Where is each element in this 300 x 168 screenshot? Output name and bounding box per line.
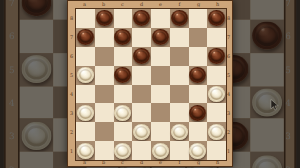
piece-white-a3	[21, 122, 51, 150]
square-e2[interactable]	[151, 122, 170, 141]
rank-label: 1	[68, 142, 75, 161]
square-a1[interactable]	[76, 141, 95, 160]
rank-label: 6	[68, 46, 75, 65]
square-h6	[251, 19, 284, 52]
square-a3[interactable]	[76, 103, 95, 122]
square-f8[interactable]	[170, 9, 189, 28]
square-h7[interactable]	[207, 28, 226, 47]
square-h2[interactable]	[207, 122, 226, 141]
piece-black-a7[interactable]	[77, 29, 94, 45]
square-c6[interactable]	[114, 47, 133, 66]
piece-black-e7[interactable]	[152, 29, 169, 45]
square-d2[interactable]	[132, 122, 151, 141]
square-h7	[251, 0, 284, 19]
square-a7[interactable]	[76, 28, 95, 47]
file-label: e	[151, 1, 170, 8]
square-e4[interactable]	[151, 85, 170, 104]
square-h6[interactable]	[207, 47, 226, 66]
square-a2[interactable]	[76, 122, 95, 141]
piece-black-h6[interactable]	[208, 48, 225, 64]
file-labels-top: abcdefgh	[75, 1, 227, 8]
piece-black-a7	[21, 0, 51, 17]
square-b2[interactable]	[95, 122, 114, 141]
piece-black-d8[interactable]	[133, 10, 150, 26]
square-h4[interactable]	[207, 85, 226, 104]
board-grid	[75, 8, 227, 161]
square-a8[interactable]	[76, 9, 95, 28]
piece-black-c7[interactable]	[114, 29, 131, 45]
rank-label: 4	[68, 85, 75, 104]
piece-black-h6	[252, 22, 282, 50]
piece-black-c5[interactable]	[114, 67, 131, 83]
rank-label: 7	[6, 0, 18, 18]
square-e8[interactable]	[151, 9, 170, 28]
file-label: g	[189, 1, 208, 8]
square-a5[interactable]	[76, 66, 95, 85]
rank-label: 2	[6, 153, 18, 168]
piece-black-d6[interactable]	[133, 48, 150, 64]
square-a4[interactable]	[76, 85, 95, 104]
square-g3[interactable]	[189, 103, 208, 122]
piece-white-h4[interactable]	[208, 86, 225, 102]
file-label: h	[208, 1, 227, 8]
piece-white-h2[interactable]	[208, 124, 225, 140]
file-label: d	[132, 1, 151, 8]
piece-black-b8[interactable]	[96, 10, 113, 26]
square-e7[interactable]	[151, 28, 170, 47]
square-g4[interactable]	[189, 85, 208, 104]
piece-white-c3[interactable]	[114, 105, 131, 121]
square-g7[interactable]	[189, 28, 208, 47]
square-f6[interactable]	[170, 47, 189, 66]
square-g6[interactable]	[189, 47, 208, 66]
file-label: b	[94, 1, 113, 8]
square-h2	[251, 152, 284, 168]
game-screen: abcdefghabcdefgh8765432187654321 abcdefg…	[0, 0, 300, 168]
rank-label: 8	[68, 8, 75, 27]
square-b5[interactable]	[95, 66, 114, 85]
piece-white-a1[interactable]	[77, 143, 94, 159]
rank-label: 5	[68, 65, 75, 84]
square-a6	[20, 19, 53, 52]
rank-label: 5	[6, 52, 18, 86]
square-f5[interactable]	[170, 66, 189, 85]
piece-white-a5	[21, 55, 51, 83]
rank-labels-left: 87654321	[68, 8, 75, 161]
square-d8[interactable]	[132, 9, 151, 28]
square-g8[interactable]	[189, 9, 208, 28]
square-f7[interactable]	[170, 28, 189, 47]
square-h3	[251, 119, 284, 152]
checkers-board: abcdefghabcdefgh8765432187654321	[67, 0, 233, 167]
square-c2[interactable]	[114, 122, 133, 141]
file-label: a	[75, 1, 94, 8]
piece-black-g5[interactable]	[189, 67, 206, 83]
square-f1[interactable]	[170, 141, 189, 160]
square-f3[interactable]	[170, 103, 189, 122]
piece-white-e1[interactable]	[152, 143, 169, 159]
square-b8[interactable]	[95, 9, 114, 28]
rank-label: 3	[6, 119, 18, 153]
piece-white-a5[interactable]	[77, 67, 94, 83]
square-e1[interactable]	[151, 141, 170, 160]
square-d3[interactable]	[132, 103, 151, 122]
square-a4	[20, 86, 53, 119]
square-b1[interactable]	[95, 141, 114, 160]
rank-label: 4	[6, 86, 18, 120]
rank-label: 7	[68, 27, 75, 46]
square-a7	[20, 0, 53, 19]
rank-labels-left: 87654321	[6, 0, 18, 168]
piece-white-c1[interactable]	[114, 143, 131, 159]
square-c8[interactable]	[114, 9, 133, 28]
square-a3	[20, 119, 53, 152]
square-e6[interactable]	[151, 47, 170, 66]
rank-label: 6	[6, 18, 18, 52]
square-c4[interactable]	[114, 85, 133, 104]
square-c3[interactable]	[114, 103, 133, 122]
square-f4[interactable]	[170, 85, 189, 104]
square-h5	[251, 53, 284, 86]
square-c5[interactable]	[114, 66, 133, 85]
file-label: c	[113, 1, 132, 8]
square-a2	[20, 152, 53, 168]
piece-black-h8[interactable]	[208, 10, 225, 26]
square-c1[interactable]	[114, 141, 133, 160]
square-e5[interactable]	[151, 66, 170, 85]
square-h5[interactable]	[207, 66, 226, 85]
square-b3[interactable]	[95, 103, 114, 122]
piece-black-f8[interactable]	[171, 10, 188, 26]
square-f2[interactable]	[170, 122, 189, 141]
square-d7[interactable]	[132, 28, 151, 47]
file-label: f	[170, 1, 189, 8]
square-e3[interactable]	[151, 103, 170, 122]
square-d6[interactable]	[132, 47, 151, 66]
board-frame: abcdefghabcdefgh8765432187654321	[67, 0, 233, 167]
square-h8[interactable]	[207, 9, 226, 28]
rank-label: 2	[68, 123, 75, 142]
piece-white-h2	[252, 155, 282, 168]
square-b7[interactable]	[95, 28, 114, 47]
square-h3[interactable]	[207, 103, 226, 122]
square-b6[interactable]	[95, 47, 114, 66]
square-g2[interactable]	[189, 122, 208, 141]
square-h1[interactable]	[207, 141, 226, 160]
square-d1[interactable]	[132, 141, 151, 160]
piece-black-g3[interactable]	[189, 105, 206, 121]
mouse-cursor	[270, 99, 279, 111]
piece-white-f2[interactable]	[171, 124, 188, 140]
square-b4[interactable]	[95, 85, 114, 104]
square-g1[interactable]	[189, 141, 208, 160]
square-g5[interactable]	[189, 66, 208, 85]
piece-white-d2[interactable]	[133, 124, 150, 140]
piece-white-a3[interactable]	[77, 105, 94, 121]
square-a6[interactable]	[76, 47, 95, 66]
piece-white-g1[interactable]	[189, 143, 206, 159]
square-a5	[20, 53, 53, 86]
square-c7[interactable]	[114, 28, 133, 47]
square-d4[interactable]	[132, 85, 151, 104]
square-d5[interactable]	[132, 66, 151, 85]
rank-label: 3	[68, 104, 75, 123]
